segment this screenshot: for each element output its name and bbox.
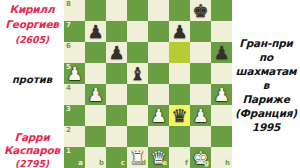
square-g5[interactable] (190, 63, 211, 84)
square-a2[interactable]: 2 (64, 126, 85, 147)
piece-white-pawn: ♟ (211, 84, 232, 105)
square-e1[interactable]: e♛ (148, 147, 169, 168)
square-f7[interactable]: ♟ (169, 21, 190, 42)
square-e3[interactable]: ♟ (148, 105, 169, 126)
file-label-g: g (204, 160, 209, 167)
square-a6[interactable]: 6 (64, 42, 85, 63)
rank-label-2: 2 (66, 127, 71, 134)
file-label-h: h (225, 160, 230, 167)
square-b6[interactable] (85, 42, 106, 63)
file-label-b: b (99, 160, 104, 167)
white-player-name-line2: Георгиев (0, 17, 64, 32)
event-title-line1: Гран-при (232, 36, 300, 50)
square-d6[interactable] (127, 42, 148, 63)
square-c6[interactable]: ♟ (106, 42, 127, 63)
square-b1[interactable]: b (85, 147, 106, 168)
square-h7[interactable] (211, 21, 232, 42)
black-player-name-line1: Гарри (0, 131, 64, 144)
square-f3[interactable]: ♛ (169, 105, 190, 126)
square-b7[interactable]: ♟ (85, 21, 106, 42)
piece-white-pawn: ♟ (148, 105, 169, 126)
square-d3[interactable] (127, 105, 148, 126)
event-title-line6: (Франция) (232, 106, 300, 120)
event-title-line2: по (232, 50, 300, 64)
square-c1[interactable]: c (106, 147, 127, 168)
square-h1[interactable]: h (211, 147, 232, 168)
rank-label-7: 7 (66, 22, 71, 29)
piece-black-queen: ♛ (169, 105, 190, 126)
square-f8[interactable] (169, 0, 190, 21)
file-label-d: d (141, 160, 146, 167)
rank-label-4: 4 (66, 85, 71, 92)
piece-white-pawn: ♟ (190, 105, 211, 126)
piece-white-pawn: ♟ (85, 84, 106, 105)
black-player-name-line2: Каспаров (0, 144, 64, 157)
file-label-f: f (185, 160, 188, 167)
piece-black-pawn: ♟ (106, 42, 127, 63)
square-g8[interactable]: ♚ (190, 0, 211, 21)
square-d8[interactable] (127, 0, 148, 21)
square-a4[interactable]: 4 (64, 84, 85, 105)
square-g4[interactable] (190, 84, 211, 105)
square-b8[interactable] (85, 0, 106, 21)
square-c2[interactable] (106, 126, 127, 147)
square-e2[interactable] (148, 126, 169, 147)
event-title-line5: Париже (232, 92, 300, 106)
square-g7[interactable] (190, 21, 211, 42)
event-title: Гран-при по шахматам в Париже (Франция) … (232, 36, 300, 134)
piece-black-pawn: ♟ (85, 21, 106, 42)
square-d7[interactable] (127, 21, 148, 42)
square-d4[interactable] (127, 84, 148, 105)
square-d2[interactable] (127, 126, 148, 147)
square-a1[interactable]: 1a (64, 147, 85, 168)
square-e6[interactable] (148, 42, 169, 63)
square-a8[interactable]: 8 (64, 0, 85, 21)
square-d1[interactable]: d♜ (127, 147, 148, 168)
piece-black-pawn: ♟ (211, 42, 232, 63)
square-g1[interactable]: g♚ (190, 147, 211, 168)
square-f2[interactable] (169, 126, 190, 147)
rank-label-3: 3 (66, 106, 71, 113)
white-player-rating: (2605) (0, 32, 64, 47)
square-h8[interactable] (211, 0, 232, 21)
white-player-name: Кирилл Георгиев (2605) (0, 2, 64, 47)
rank-label-6: 6 (66, 43, 71, 50)
square-h3[interactable] (211, 105, 232, 126)
versus-label: против (0, 74, 64, 85)
players-panel: Кирилл Георгиев (2605) против Гарри Касп… (0, 0, 64, 168)
square-a3[interactable]: 3 (64, 105, 85, 126)
square-e7[interactable] (148, 21, 169, 42)
square-e4[interactable] (148, 84, 169, 105)
event-title-line7: 1995 (232, 120, 300, 134)
square-e8[interactable] (148, 0, 169, 21)
file-label-c: c (121, 160, 125, 167)
rank-label-8: 8 (66, 1, 71, 8)
square-f4[interactable] (169, 84, 190, 105)
piece-black-bishop: ♝ (127, 63, 148, 84)
event-title-line3: шахматам (232, 64, 300, 78)
square-b3[interactable] (85, 105, 106, 126)
square-h2[interactable] (211, 126, 232, 147)
square-f5[interactable] (169, 63, 190, 84)
square-e5[interactable] (148, 63, 169, 84)
square-b5[interactable] (85, 63, 106, 84)
event-panel: Гран-при по шахматам в Париже (Франция) … (232, 0, 300, 168)
square-c3[interactable] (106, 105, 127, 126)
chess-board: 8♚7♟♟6♟♟5♟♝4♟♟3♟♛♟21abcd♜e♛fg♚h (64, 0, 232, 168)
square-a5[interactable]: 5♟ (64, 63, 85, 84)
square-c4[interactable] (106, 84, 127, 105)
black-player-name: Гарри Каспаров (2795) (0, 131, 64, 168)
file-label-a: a (78, 160, 83, 167)
square-c7[interactable] (106, 21, 127, 42)
square-h6[interactable]: ♟ (211, 42, 232, 63)
rank-label-5: 5 (66, 64, 71, 71)
event-title-line4: в (232, 78, 300, 92)
square-d5[interactable]: ♝ (127, 63, 148, 84)
square-b4[interactable]: ♟ (85, 84, 106, 105)
square-f1[interactable]: f (169, 147, 190, 168)
file-label-e: e (162, 160, 167, 167)
square-a7[interactable]: 7 (64, 21, 85, 42)
square-c5[interactable] (106, 63, 127, 84)
black-player-rating: (2795) (0, 157, 64, 168)
square-g2[interactable] (190, 126, 211, 147)
square-b2[interactable] (85, 126, 106, 147)
square-c8[interactable] (106, 0, 127, 21)
rank-label-1: 1 (66, 148, 71, 155)
piece-black-king: ♚ (190, 0, 211, 21)
thumbnail-frame: Кирилл Георгиев (2605) против Гарри Касп… (0, 0, 300, 168)
square-g6[interactable] (190, 42, 211, 63)
piece-black-pawn: ♟ (169, 21, 190, 42)
square-f6[interactable] (169, 42, 190, 63)
white-player-name-line1: Кирилл (0, 2, 64, 17)
square-h5[interactable] (211, 63, 232, 84)
square-g3[interactable]: ♟ (190, 105, 211, 126)
square-h4[interactable]: ♟ (211, 84, 232, 105)
